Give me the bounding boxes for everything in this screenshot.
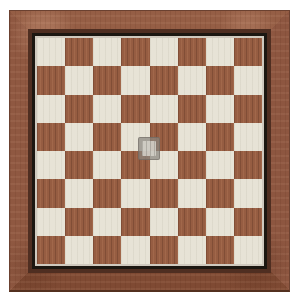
square-a2 [37, 208, 65, 236]
square-c7 [93, 66, 121, 94]
image-placeholder-icon-inner [142, 141, 156, 156]
square-d2 [121, 208, 149, 236]
square-g5 [206, 123, 234, 151]
square-c1 [93, 236, 121, 264]
square-a4 [37, 151, 65, 179]
square-b7 [65, 66, 93, 94]
square-h8 [234, 38, 262, 66]
square-c6 [93, 95, 121, 123]
square-d6 [121, 95, 149, 123]
square-b5 [65, 123, 93, 151]
square-b4 [65, 151, 93, 179]
square-e2 [150, 208, 178, 236]
square-h5 [234, 123, 262, 151]
square-f6 [178, 95, 206, 123]
image-placeholder-icon [138, 137, 160, 160]
square-h7 [234, 66, 262, 94]
square-h6 [234, 95, 262, 123]
square-f8 [178, 38, 206, 66]
square-a1 [37, 236, 65, 264]
square-c8 [93, 38, 121, 66]
square-b1 [65, 236, 93, 264]
square-a3 [37, 179, 65, 207]
square-f4 [178, 151, 206, 179]
square-g1 [206, 236, 234, 264]
square-c5 [93, 123, 121, 151]
square-e8 [150, 38, 178, 66]
square-f5 [178, 123, 206, 151]
square-g2 [206, 208, 234, 236]
square-a7 [37, 66, 65, 94]
square-d8 [121, 38, 149, 66]
square-e1 [150, 236, 178, 264]
square-d1 [121, 236, 149, 264]
square-d7 [121, 66, 149, 94]
square-a8 [37, 38, 65, 66]
square-h1 [234, 236, 262, 264]
square-b3 [65, 179, 93, 207]
square-f1 [178, 236, 206, 264]
chessboard-photo [9, 10, 290, 292]
square-a6 [37, 95, 65, 123]
square-b6 [65, 95, 93, 123]
square-c3 [93, 179, 121, 207]
square-f2 [178, 208, 206, 236]
square-e3 [150, 179, 178, 207]
square-g8 [206, 38, 234, 66]
square-a5 [37, 123, 65, 151]
square-h2 [234, 208, 262, 236]
square-b8 [65, 38, 93, 66]
square-f7 [178, 66, 206, 94]
square-e7 [150, 66, 178, 94]
square-h4 [234, 151, 262, 179]
square-d3 [121, 179, 149, 207]
square-e6 [150, 95, 178, 123]
square-g7 [206, 66, 234, 94]
square-c4 [93, 151, 121, 179]
square-b2 [65, 208, 93, 236]
square-g6 [206, 95, 234, 123]
square-f3 [178, 179, 206, 207]
square-g3 [206, 179, 234, 207]
square-c2 [93, 208, 121, 236]
square-g4 [206, 151, 234, 179]
square-h3 [234, 179, 262, 207]
